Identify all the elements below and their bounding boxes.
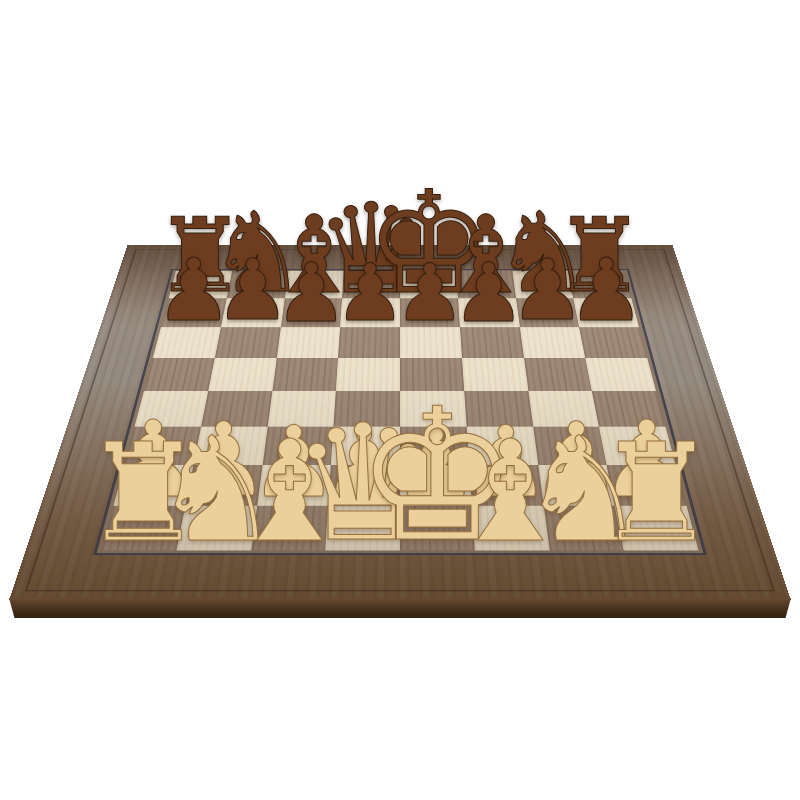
square-h5[interactable] bbox=[585, 358, 656, 391]
board-side-edge bbox=[9, 598, 791, 618]
piece-white-rook-h1[interactable]: ♜ bbox=[596, 426, 717, 561]
scene: ♜♞♝♛♚♝♞♜♟♟♟♟♟♟♟♟♟♟♟♟♟♟♟♟♜♞♝♛♚♝♞♜ bbox=[0, 0, 800, 800]
piece-black-pawn-h7[interactable]: ♟ bbox=[567, 247, 645, 333]
square-g5[interactable] bbox=[524, 358, 592, 391]
pieces-layer: ♜♞♝♛♚♝♞♜♟♟♟♟♟♟♟♟♟♟♟♟♟♟♟♟♜♞♝♛♚♝♞♜ bbox=[0, 0, 800, 800]
square-c5[interactable] bbox=[272, 358, 338, 391]
square-b5[interactable] bbox=[208, 358, 276, 391]
square-a5[interactable] bbox=[144, 358, 215, 391]
